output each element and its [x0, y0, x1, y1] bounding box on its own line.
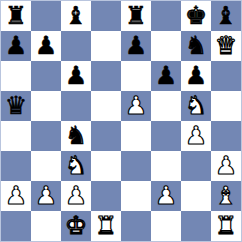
- square-d5[interactable]: [91, 91, 121, 121]
- square-h2[interactable]: ♝: [211, 181, 241, 211]
- square-f2[interactable]: ♟: [151, 181, 181, 211]
- square-f1[interactable]: [151, 211, 181, 241]
- square-b8[interactable]: [31, 1, 61, 31]
- white-knight[interactable]: ♞: [181, 91, 211, 121]
- square-h5[interactable]: [211, 91, 241, 121]
- square-b7[interactable]: ♟: [31, 31, 61, 61]
- square-e4[interactable]: [121, 121, 151, 151]
- square-g6[interactable]: ♟: [181, 61, 211, 91]
- square-a3[interactable]: [1, 151, 31, 181]
- white-pawn[interactable]: ♟: [61, 181, 91, 211]
- white-queen[interactable]: ♛: [211, 31, 241, 61]
- square-h4[interactable]: [211, 121, 241, 151]
- square-a8[interactable]: ♜: [1, 1, 31, 31]
- square-g1[interactable]: [181, 211, 211, 241]
- square-g2[interactable]: [181, 181, 211, 211]
- white-pawn[interactable]: ♟: [181, 121, 211, 151]
- white-king[interactable]: ♚: [61, 211, 91, 241]
- square-b4[interactable]: [31, 121, 61, 151]
- black-pawn[interactable]: ♟: [121, 31, 151, 61]
- square-g7[interactable]: ♞: [181, 31, 211, 61]
- black-pawn[interactable]: ♟: [151, 61, 181, 91]
- square-c5[interactable]: [61, 91, 91, 121]
- square-d4[interactable]: [91, 121, 121, 151]
- square-b2[interactable]: ♟: [31, 181, 61, 211]
- black-queen[interactable]: ♛: [1, 91, 31, 121]
- square-h8[interactable]: ♝: [211, 1, 241, 31]
- chess-board[interactable]: ♜♝♜♚♝♟♟♟♞♛♟♟♟♛♟♞♞♟♞♟♟♟♟♟♝♚♜♜: [1, 1, 241, 241]
- square-g3[interactable]: [181, 151, 211, 181]
- black-knight[interactable]: ♞: [181, 31, 211, 61]
- square-e2[interactable]: [121, 181, 151, 211]
- square-g5[interactable]: ♞: [181, 91, 211, 121]
- square-e5[interactable]: ♟: [121, 91, 151, 121]
- black-pawn[interactable]: ♟: [181, 61, 211, 91]
- white-pawn[interactable]: ♟: [1, 181, 31, 211]
- white-knight[interactable]: ♞: [61, 151, 91, 181]
- square-e6[interactable]: [121, 61, 151, 91]
- square-e7[interactable]: ♟: [121, 31, 151, 61]
- square-f3[interactable]: [151, 151, 181, 181]
- square-d1[interactable]: ♜: [91, 211, 121, 241]
- square-c8[interactable]: ♝: [61, 1, 91, 31]
- square-b1[interactable]: [31, 211, 61, 241]
- white-pawn[interactable]: ♟: [151, 181, 181, 211]
- square-d2[interactable]: [91, 181, 121, 211]
- square-c4[interactable]: ♞: [61, 121, 91, 151]
- square-c6[interactable]: ♟: [61, 61, 91, 91]
- black-pawn[interactable]: ♟: [31, 31, 61, 61]
- square-b3[interactable]: [31, 151, 61, 181]
- white-pawn[interactable]: ♟: [121, 91, 151, 121]
- square-a4[interactable]: [1, 121, 31, 151]
- square-f5[interactable]: [151, 91, 181, 121]
- white-bishop[interactable]: ♝: [211, 181, 241, 211]
- chess-board-frame: ♜♝♜♚♝♟♟♟♞♛♟♟♟♛♟♞♞♟♞♟♟♟♟♟♝♚♜♜: [0, 0, 242, 242]
- square-d7[interactable]: [91, 31, 121, 61]
- square-b6[interactable]: [31, 61, 61, 91]
- square-a1[interactable]: [1, 211, 31, 241]
- square-h3[interactable]: ♟: [211, 151, 241, 181]
- black-king[interactable]: ♚: [181, 1, 211, 31]
- square-f4[interactable]: [151, 121, 181, 151]
- black-rook[interactable]: ♜: [121, 1, 151, 31]
- square-d8[interactable]: [91, 1, 121, 31]
- square-d6[interactable]: [91, 61, 121, 91]
- square-c1[interactable]: ♚: [61, 211, 91, 241]
- black-pawn[interactable]: ♟: [61, 61, 91, 91]
- square-e8[interactable]: ♜: [121, 1, 151, 31]
- black-bishop[interactable]: ♝: [211, 1, 241, 31]
- black-bishop[interactable]: ♝: [61, 1, 91, 31]
- white-rook[interactable]: ♜: [91, 211, 121, 241]
- square-e3[interactable]: [121, 151, 151, 181]
- square-h6[interactable]: [211, 61, 241, 91]
- square-f7[interactable]: [151, 31, 181, 61]
- square-g8[interactable]: ♚: [181, 1, 211, 31]
- square-h7[interactable]: ♛: [211, 31, 241, 61]
- square-c2[interactable]: ♟: [61, 181, 91, 211]
- square-a2[interactable]: ♟: [1, 181, 31, 211]
- square-e1[interactable]: [121, 211, 151, 241]
- square-c3[interactable]: ♞: [61, 151, 91, 181]
- white-pawn[interactable]: ♟: [31, 181, 61, 211]
- square-c7[interactable]: [61, 31, 91, 61]
- square-a6[interactable]: [1, 61, 31, 91]
- square-f6[interactable]: ♟: [151, 61, 181, 91]
- square-b5[interactable]: [31, 91, 61, 121]
- black-knight[interactable]: ♞: [61, 121, 91, 151]
- square-g4[interactable]: ♟: [181, 121, 211, 151]
- square-a7[interactable]: ♟: [1, 31, 31, 61]
- white-pawn[interactable]: ♟: [211, 151, 241, 181]
- square-f8[interactable]: [151, 1, 181, 31]
- square-a5[interactable]: ♛: [1, 91, 31, 121]
- white-rook[interactable]: ♜: [211, 211, 241, 241]
- square-d3[interactable]: [91, 151, 121, 181]
- black-rook[interactable]: ♜: [1, 1, 31, 31]
- square-h1[interactable]: ♜: [211, 211, 241, 241]
- black-pawn[interactable]: ♟: [1, 31, 31, 61]
